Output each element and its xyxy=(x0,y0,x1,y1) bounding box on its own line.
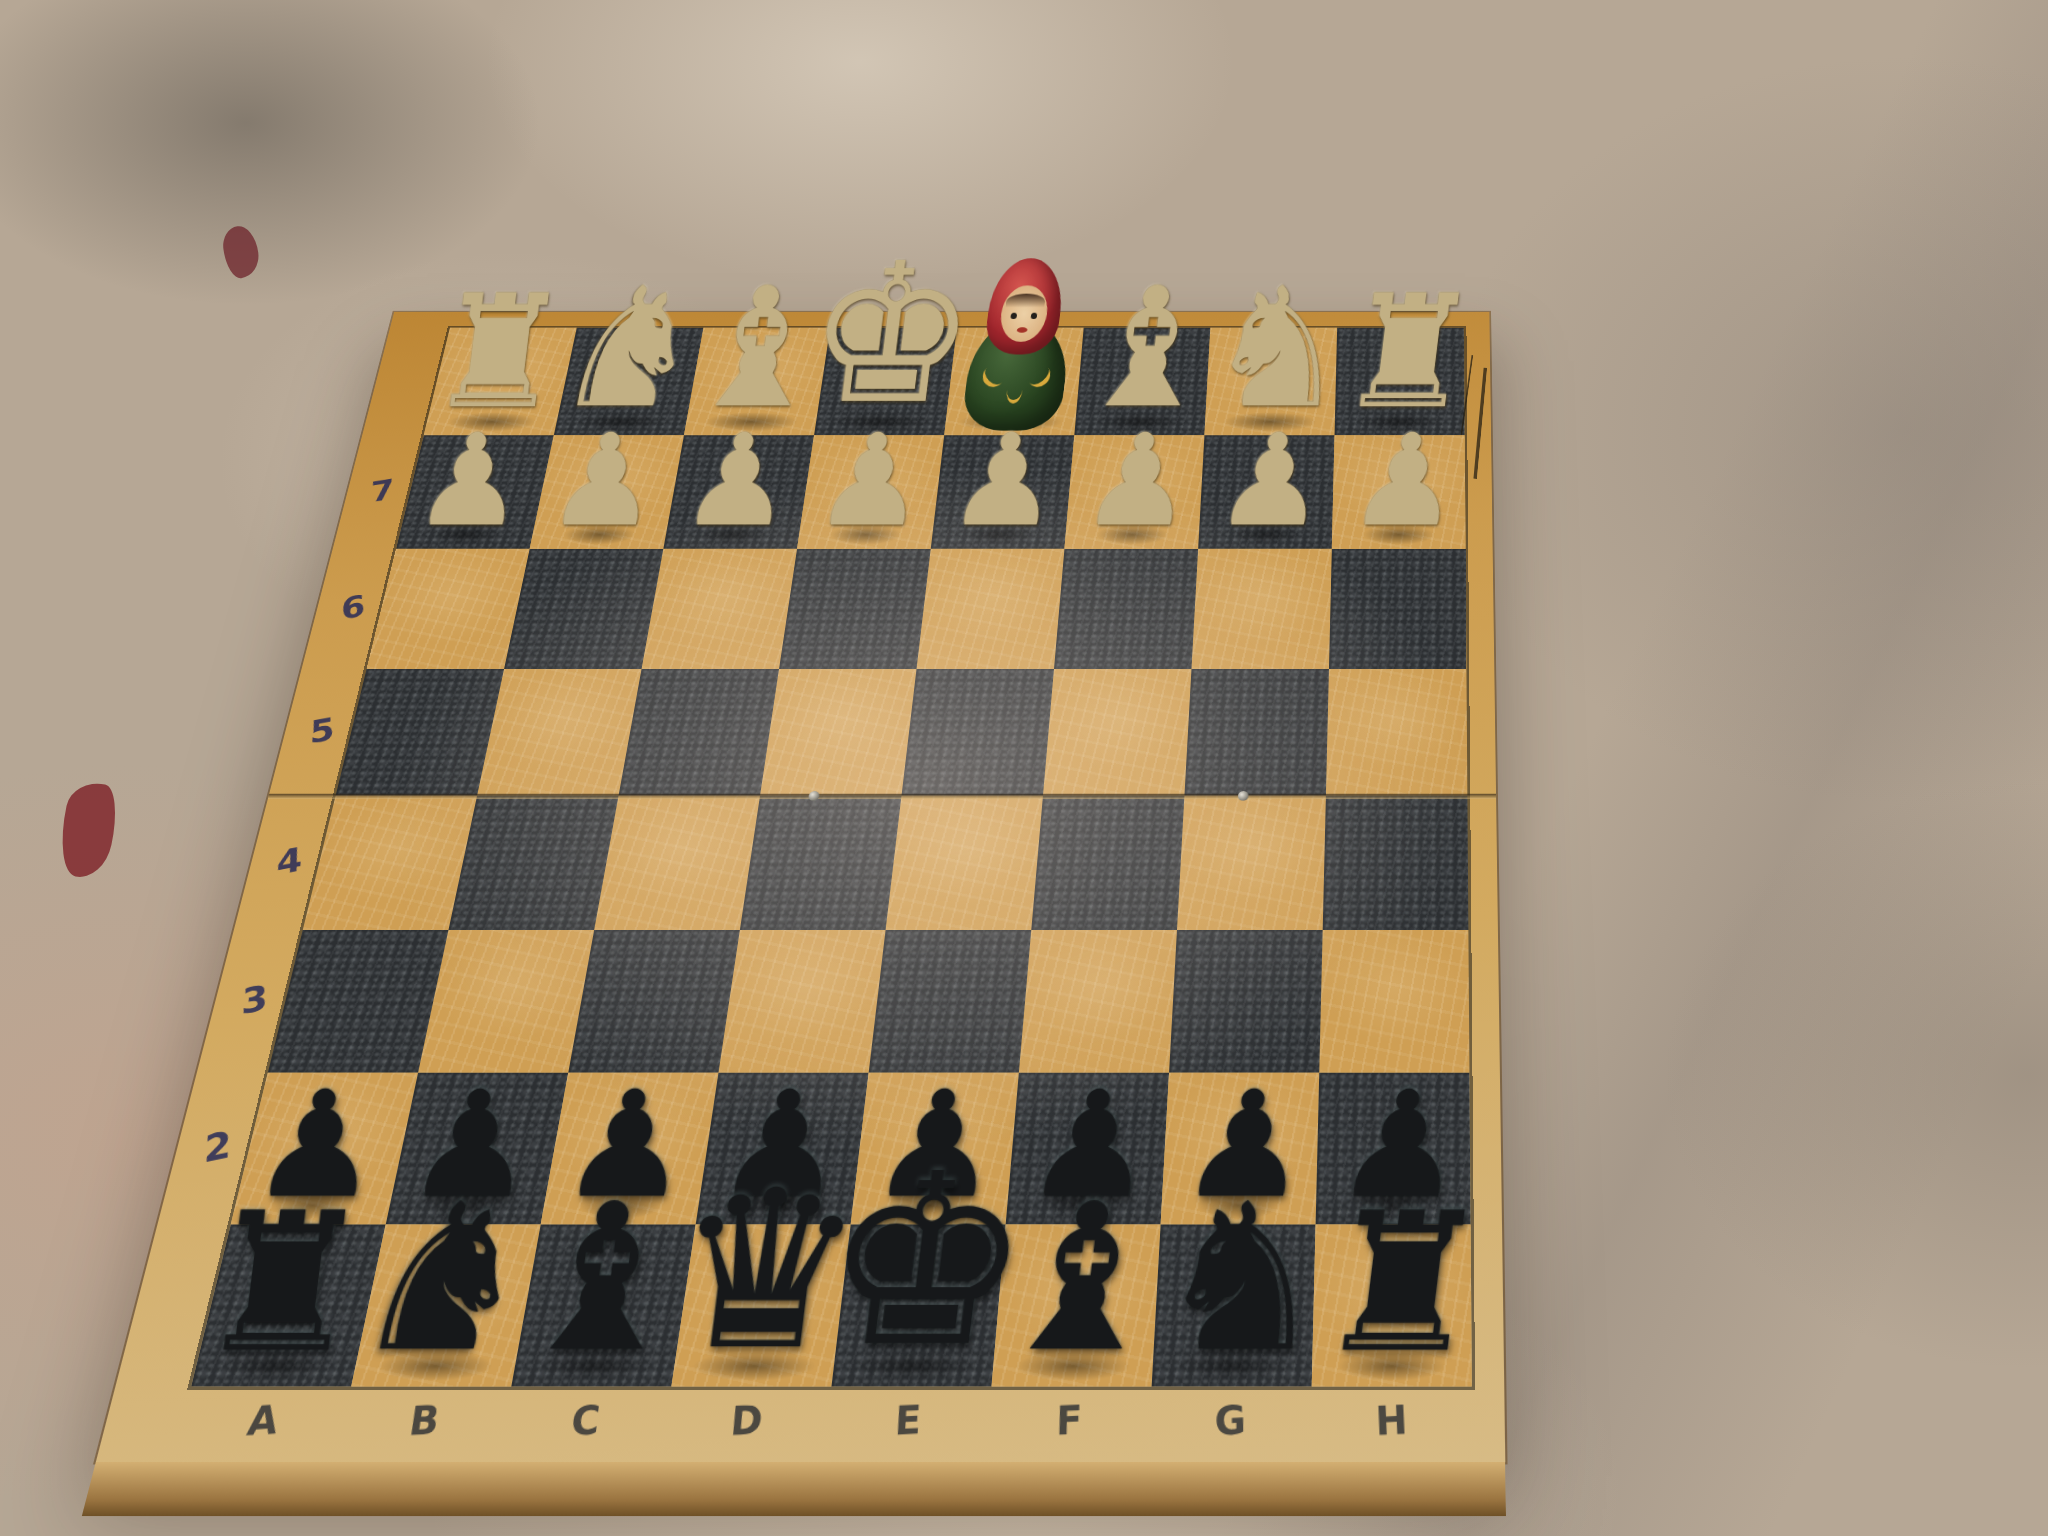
square-f4[interactable] xyxy=(1031,796,1184,930)
square-e1[interactable]: ♚ xyxy=(831,1225,1005,1387)
square-h7[interactable]: ♟ xyxy=(1332,435,1466,548)
doll-eye xyxy=(1010,313,1017,319)
white-pawn-e7[interactable]: ♟ xyxy=(943,417,1069,544)
square-a3[interactable] xyxy=(268,930,449,1073)
square-g6[interactable] xyxy=(1191,549,1331,669)
square-a5[interactable] xyxy=(336,669,504,796)
white-pawn-f7[interactable]: ♟ xyxy=(1077,417,1203,544)
white-pawn-g7[interactable]: ♟ xyxy=(1210,417,1336,544)
square-b3[interactable] xyxy=(418,930,594,1073)
photo-canvas: { "scene_description": "Overhead photo o… xyxy=(0,0,2048,1536)
square-e6[interactable] xyxy=(917,549,1065,669)
file-label-d: D xyxy=(729,1397,765,1444)
rank-label-2: 2 xyxy=(203,1123,232,1172)
square-g1[interactable]: ♞ xyxy=(1152,1225,1316,1387)
doll-hair xyxy=(1005,294,1046,310)
white-pawn-a7[interactable]: ♟ xyxy=(409,417,535,544)
file-label-a: A xyxy=(244,1397,282,1444)
square-b4[interactable] xyxy=(448,796,618,930)
square-c7[interactable]: ♟ xyxy=(663,435,814,548)
square-d3[interactable] xyxy=(718,930,885,1073)
square-d7[interactable]: ♟ xyxy=(797,435,944,548)
square-g7[interactable]: ♟ xyxy=(1198,435,1334,548)
file-label-b: B xyxy=(406,1397,442,1444)
file-label-g: G xyxy=(1214,1397,1246,1444)
square-h1[interactable]: ♜ xyxy=(1312,1225,1472,1387)
square-f1[interactable]: ♝ xyxy=(992,1225,1161,1387)
square-f3[interactable] xyxy=(1019,930,1177,1073)
square-e7[interactable]: ♟ xyxy=(931,435,1075,548)
square-b6[interactable] xyxy=(504,549,663,669)
square-d4[interactable] xyxy=(740,796,902,930)
square-c3[interactable] xyxy=(568,930,740,1073)
white-pawn-d7[interactable]: ♟ xyxy=(810,417,936,544)
square-h5[interactable] xyxy=(1326,669,1467,796)
square-b5[interactable] xyxy=(477,669,641,796)
rank-label-4: 4 xyxy=(276,840,303,883)
rank-label-6: 6 xyxy=(341,588,366,626)
file-label-c: C xyxy=(569,1397,602,1444)
white-pawn-c7[interactable]: ♟ xyxy=(676,417,802,544)
doll-mouth xyxy=(1016,328,1027,333)
rank-label-7: 7 xyxy=(371,473,395,509)
rank-label-3: 3 xyxy=(241,977,269,1023)
board-crack xyxy=(1473,368,1487,479)
chess-board: ♜♞♝♚♝♞♜♟♟♟♟♟♟♟♟♟♟♟♟♟♟♟♟♜♞♝♛♚♝♞♜ 765432 A… xyxy=(96,312,1505,1462)
square-b7[interactable]: ♟ xyxy=(530,435,684,548)
square-e3[interactable] xyxy=(869,930,1032,1073)
square-h6[interactable] xyxy=(1329,549,1466,669)
square-a6[interactable] xyxy=(367,549,530,669)
table-paint-mark-left xyxy=(53,778,124,883)
square-g3[interactable] xyxy=(1169,930,1323,1073)
square-d5[interactable] xyxy=(760,669,917,796)
square-f5[interactable] xyxy=(1043,669,1192,796)
file-label-e: E xyxy=(894,1397,923,1444)
square-e5[interactable] xyxy=(902,669,1055,796)
square-h3[interactable] xyxy=(1319,930,1469,1073)
white-pawn-b7[interactable]: ♟ xyxy=(542,417,668,544)
file-label-f: F xyxy=(1056,1397,1083,1444)
board-front-edge xyxy=(82,1462,1506,1516)
file-label-h: H xyxy=(1375,1397,1409,1444)
square-f6[interactable] xyxy=(1054,549,1198,669)
square-a7[interactable]: ♟ xyxy=(396,435,554,548)
square-g5[interactable] xyxy=(1184,669,1329,796)
doll-eye xyxy=(1030,313,1037,319)
square-c5[interactable] xyxy=(619,669,779,796)
black-rook-h1[interactable]: ♜ xyxy=(1309,1188,1499,1380)
white-pawn-h7[interactable]: ♟ xyxy=(1344,417,1470,544)
matryoshka-doll-e8[interactable] xyxy=(961,258,1081,431)
board-face: ♜♞♝♚♝♞♜♟♟♟♟♟♟♟♟♟♟♟♟♟♟♟♟♜♞♝♛♚♝♞♜ 765432 A… xyxy=(96,312,1505,1462)
square-g4[interactable] xyxy=(1177,796,1326,930)
square-d6[interactable] xyxy=(779,549,931,669)
square-c6[interactable] xyxy=(642,549,797,669)
rank-label-5: 5 xyxy=(309,711,335,752)
square-a4[interactable] xyxy=(303,796,477,930)
chess-scene: ♜♞♝♚♝♞♜♟♟♟♟♟♟♟♟♟♟♟♟♟♟♟♟♜♞♝♛♚♝♞♜ 765432 A… xyxy=(238,179,1522,1451)
square-e4[interactable] xyxy=(886,796,1043,930)
white-king-d8[interactable]: ♚ xyxy=(796,238,987,431)
square-h4[interactable] xyxy=(1323,796,1469,930)
square-c4[interactable] xyxy=(594,796,760,930)
square-f7[interactable]: ♟ xyxy=(1064,435,1204,548)
